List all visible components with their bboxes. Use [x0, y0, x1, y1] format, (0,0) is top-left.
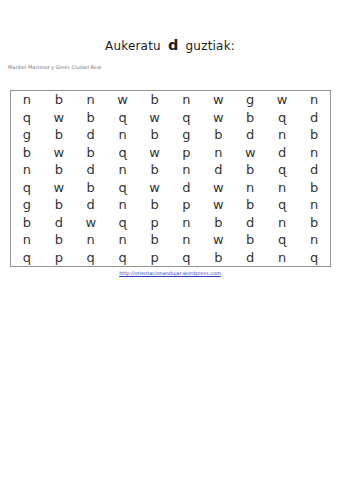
grid-cell-r8c1[interactable]: b [11, 214, 43, 232]
grid-cell-r6c9[interactable]: n [266, 179, 298, 197]
grid-cell-r2c1[interactable]: q [11, 109, 43, 127]
grid-cell-r3c2[interactable]: b [43, 126, 75, 144]
grid-cell-r1c8[interactable]: g [234, 91, 266, 109]
grid-cell-r1c5[interactable]: b [139, 91, 171, 109]
grid-cell-r5c8[interactable]: b [234, 161, 266, 179]
grid-cell-r10c7[interactable]: b [202, 249, 234, 267]
grid-cell-r5c2[interactable]: b [43, 161, 75, 179]
grid-cell-r4c8[interactable]: w [234, 144, 266, 162]
grid-cell-r8c3[interactable]: w [75, 214, 107, 232]
grid-cell-r3c7[interactable]: b [202, 126, 234, 144]
grid-cell-r3c9[interactable]: n [266, 126, 298, 144]
grid-cell-r9c10[interactable]: n [298, 231, 330, 249]
grid-cell-r4c1[interactable]: b [11, 144, 43, 162]
grid-cell-r3c5[interactable]: b [139, 126, 171, 144]
grid-cell-r7c2[interactable]: b [43, 196, 75, 214]
grid-cell-r2c8[interactable]: b [234, 109, 266, 127]
grid-cell-r1c3[interactable]: n [75, 91, 107, 109]
footer: http://orientacionandujar.wordpress.com [0, 270, 340, 276]
grid-cell-r6c4[interactable]: ɋ [107, 179, 139, 197]
grid-cell-r8c8[interactable]: d [234, 214, 266, 232]
grid-cell-r10c1[interactable]: q [11, 249, 43, 267]
grid-cell-r8c9[interactable]: n [266, 214, 298, 232]
grid-cell-r10c3[interactable]: q [75, 249, 107, 267]
grid-cell-r3c4[interactable]: n [107, 126, 139, 144]
grid-cell-r10c2[interactable]: p [43, 249, 75, 267]
grid-cell-r3c3[interactable]: d [75, 126, 107, 144]
grid-cell-r4c10[interactable]: n [298, 144, 330, 162]
grid-cell-r4c3[interactable]: b [75, 144, 107, 162]
title-pre: Aukeratu [105, 39, 161, 53]
grid-cell-r8c2[interactable]: d [43, 214, 75, 232]
grid-cell-r7c8[interactable]: b [234, 196, 266, 214]
grid-cell-r10c8[interactable]: d [234, 249, 266, 267]
grid-cell-r7c7[interactable]: w [202, 196, 234, 214]
grid-cell-r4c9[interactable]: d [266, 144, 298, 162]
grid-cell-r10c4[interactable]: q [107, 249, 139, 267]
grid-cell-r9c9[interactable]: ɋ [266, 231, 298, 249]
grid-cell-r8c4[interactable]: ɋ [107, 214, 139, 232]
grid-cell-r9c6[interactable]: n [170, 231, 202, 249]
grid-cell-r4c5[interactable]: w [139, 144, 171, 162]
grid-cell-r3c1[interactable]: g [11, 126, 43, 144]
grid-cell-r1c9[interactable]: w [266, 91, 298, 109]
grid-cell-r2c4[interactable]: ɋ [107, 109, 139, 127]
grid-cell-r5c7[interactable]: d [202, 161, 234, 179]
grid-cell-r9c7[interactable]: w [202, 231, 234, 249]
grid-cell-r7c6[interactable]: p [170, 196, 202, 214]
grid-cell-r7c9[interactable]: ɋ [266, 196, 298, 214]
grid-cell-r6c1[interactable]: q [11, 179, 43, 197]
grid-cell-r5c6[interactable]: n [170, 161, 202, 179]
grid-cell-r10c5[interactable]: p [139, 249, 171, 267]
grid-cell-r2c5[interactable]: w [139, 109, 171, 127]
grid-cell-r6c3[interactable]: b [75, 179, 107, 197]
grid-cell-r2c10[interactable]: d [298, 109, 330, 127]
grid-cell-r5c3[interactable]: d [75, 161, 107, 179]
grid-cell-r4c2[interactable]: w [43, 144, 75, 162]
grid-cell-r1c6[interactable]: n [170, 91, 202, 109]
footer-link[interactable]: http://orientacionandujar.wordpress.com [119, 270, 221, 276]
grid-cell-r3c6[interactable]: g [170, 126, 202, 144]
grid-cell-r3c10[interactable]: b [298, 126, 330, 144]
grid-cell-r10c6[interactable]: q [170, 249, 202, 267]
grid-cell-r9c4[interactable]: n [107, 231, 139, 249]
title-post: guztiak: [186, 39, 236, 53]
grid-cell-r7c4[interactable]: n [107, 196, 139, 214]
grid-cell-r6c7[interactable]: w [202, 179, 234, 197]
grid-cell-r9c8[interactable]: b [234, 231, 266, 249]
grid-cell-r7c3[interactable]: d [75, 196, 107, 214]
attribution-text: Maribel Martinez y Ginés Ciudad Real [8, 64, 101, 70]
grid-cell-r9c2[interactable]: b [43, 231, 75, 249]
grid-cell-r5c4[interactable]: n [107, 161, 139, 179]
page-title: Aukeratu d guztiak: [0, 37, 340, 53]
grid-cell-r6c6[interactable]: d [170, 179, 202, 197]
grid-cell-r9c1[interactable]: n [11, 231, 43, 249]
grid-cell-r4c7[interactable]: n [202, 144, 234, 162]
grid-cell-r1c4[interactable]: w [107, 91, 139, 109]
grid-cell-r4c4[interactable]: ɋ [107, 144, 139, 162]
grid-cell-r5c9[interactable]: ɋ [266, 161, 298, 179]
grid-cell-r7c10[interactable]: n [298, 196, 330, 214]
grid-cell-r2c2[interactable]: w [43, 109, 75, 127]
grid-cell-r7c5[interactable]: b [139, 196, 171, 214]
grid-cell-r6c10[interactable]: b [298, 179, 330, 197]
grid-cell-r2c6[interactable]: q [170, 109, 202, 127]
title-target-letter: d [168, 37, 179, 53]
grid-cell-r2c7[interactable]: w [202, 109, 234, 127]
grid-cell-r1c1[interactable]: n [11, 91, 43, 109]
grid-cell-r6c8[interactable]: n [234, 179, 266, 197]
grid-cell-r4c6[interactable]: p [170, 144, 202, 162]
grid-cell-r3c8[interactable]: d [234, 126, 266, 144]
grid-cell-r2c9[interactable]: ɋ [266, 109, 298, 127]
grid-cell-r9c3[interactable]: n [75, 231, 107, 249]
grid-cell-r1c10[interactable]: n [298, 91, 330, 109]
grid-cell-r6c2[interactable]: w [43, 179, 75, 197]
grid-cell-r10c10[interactable]: q [298, 249, 330, 267]
grid-cell-r10c9[interactable]: n [266, 249, 298, 267]
grid-cell-r5c1[interactable]: n [11, 161, 43, 179]
grid-cell-r6c5[interactable]: w [139, 179, 171, 197]
grid-cell-r8c6[interactable]: n [170, 214, 202, 232]
grid-cell-r2c3[interactable]: b [75, 109, 107, 127]
grid-cell-r8c5[interactable]: p [139, 214, 171, 232]
grid-cell-r8c10[interactable]: b [298, 214, 330, 232]
grid-cell-r5c5[interactable]: b [139, 161, 171, 179]
grid-cell-r5c10[interactable]: d [298, 161, 330, 179]
grid-cell-r7c1[interactable]: g [11, 196, 43, 214]
letter-grid: nbnwbnwgwnqwbɋwqwbɋdgbdnbgbdnbbwbɋwpnwdn… [10, 90, 331, 267]
grid-cell-r1c7[interactable]: w [202, 91, 234, 109]
grid-cell-r8c7[interactable]: b [202, 214, 234, 232]
grid-cell-r9c5[interactable]: b [139, 231, 171, 249]
grid-cell-r1c2[interactable]: b [43, 91, 75, 109]
